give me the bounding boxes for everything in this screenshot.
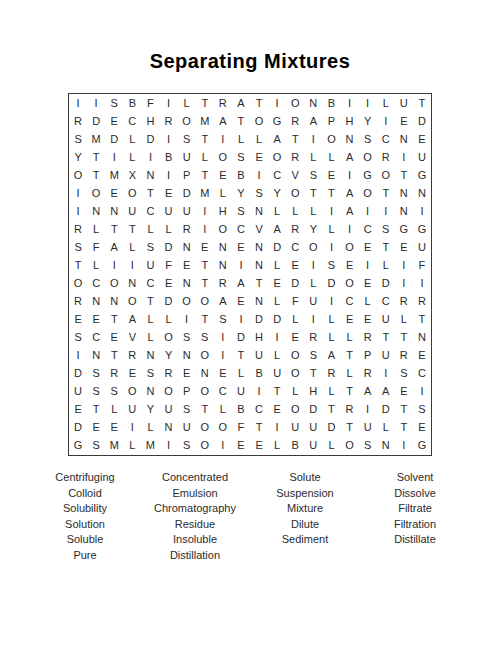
grid-cell: O bbox=[268, 148, 286, 166]
grid-cell: S bbox=[141, 365, 159, 383]
grid-cell: O bbox=[286, 401, 304, 419]
grid-cell: L bbox=[268, 202, 286, 220]
grid-cell: N bbox=[105, 293, 123, 311]
grid-cell: R bbox=[214, 94, 232, 112]
grid-cell: R bbox=[359, 365, 377, 383]
grid-cell: N bbox=[395, 202, 413, 220]
grid-cell: I bbox=[160, 130, 178, 148]
grid-cell: D bbox=[141, 130, 159, 148]
grid-cell: L bbox=[286, 202, 304, 220]
grid-cell: R bbox=[359, 329, 377, 347]
grid-cell: L bbox=[123, 437, 141, 455]
grid-cell: M bbox=[105, 166, 123, 184]
grid-cell: O bbox=[105, 274, 123, 292]
grid-cell: V bbox=[123, 329, 141, 347]
grid-cell: L bbox=[322, 383, 340, 401]
grid-cell: L bbox=[123, 148, 141, 166]
grid-cell: G bbox=[395, 220, 413, 238]
grid-cell: I bbox=[69, 184, 87, 202]
grid-cell: I bbox=[123, 256, 141, 274]
grid-cell: Y bbox=[304, 220, 322, 238]
grid-cell: U bbox=[123, 202, 141, 220]
grid-cell: E bbox=[160, 274, 178, 292]
grid-cell: O bbox=[160, 383, 178, 401]
grid-cell: E bbox=[232, 437, 250, 455]
grid-cell: U bbox=[395, 94, 413, 112]
grid-cell: O bbox=[359, 184, 377, 202]
grid-cell: I bbox=[341, 220, 359, 238]
grid-cell: I bbox=[160, 94, 178, 112]
grid-cell: E bbox=[413, 130, 431, 148]
grid-cell: N bbox=[87, 293, 105, 311]
grid-cell: T bbox=[232, 347, 250, 365]
grid-cell: E bbox=[395, 238, 413, 256]
grid-cell: C bbox=[141, 274, 159, 292]
grid-cell: A bbox=[214, 293, 232, 311]
grid-cell: L bbox=[160, 311, 178, 329]
grid-cell: E bbox=[359, 274, 377, 292]
grid-cell: F bbox=[141, 94, 159, 112]
grid-cell: Y bbox=[141, 401, 159, 419]
grid-cell: N bbox=[377, 437, 395, 455]
grid-cell: L bbox=[123, 130, 141, 148]
grid-cell: M bbox=[105, 437, 123, 455]
grid-cell: E bbox=[413, 347, 431, 365]
grid-cell: S bbox=[69, 329, 87, 347]
grid-cell: F bbox=[87, 238, 105, 256]
grid-cell: F bbox=[232, 419, 250, 437]
word-search-grid: IISBFILTRATIONBIILUTRDECHROMATOGRAPHYIED… bbox=[68, 93, 432, 456]
grid-cell: E bbox=[232, 293, 250, 311]
word-list-item: Filtration bbox=[360, 517, 470, 533]
grid-cell: C bbox=[359, 220, 377, 238]
grid-cell: T bbox=[395, 419, 413, 437]
grid-cell: T bbox=[196, 401, 214, 419]
grid-cell: L bbox=[196, 148, 214, 166]
word-list-column: CentrifugingColloidSolubilitySolutionSol… bbox=[30, 470, 140, 563]
grid-cell: Y bbox=[359, 112, 377, 130]
grid-cell: I bbox=[196, 220, 214, 238]
grid-cell: I bbox=[160, 166, 178, 184]
grid-cell: T bbox=[87, 401, 105, 419]
grid-cell: O bbox=[341, 274, 359, 292]
grid-cell: A bbox=[268, 220, 286, 238]
grid-cell: T bbox=[377, 184, 395, 202]
grid-cell: C bbox=[341, 293, 359, 311]
grid-cell: D bbox=[178, 184, 196, 202]
grid-cell: D bbox=[286, 274, 304, 292]
grid-cell: T bbox=[413, 94, 431, 112]
grid-cell: P bbox=[359, 347, 377, 365]
grid-cell: U bbox=[178, 202, 196, 220]
grid-cell: U bbox=[141, 256, 159, 274]
grid-cell: T bbox=[196, 166, 214, 184]
grid-cell: N bbox=[395, 184, 413, 202]
grid-cell: E bbox=[395, 383, 413, 401]
grid-cell: O bbox=[341, 437, 359, 455]
grid-cell: O bbox=[178, 112, 196, 130]
grid-cell: D bbox=[69, 419, 87, 437]
grid-cell: T bbox=[232, 112, 250, 130]
grid-cell: U bbox=[377, 347, 395, 365]
word-list-item: Emulsion bbox=[140, 486, 250, 502]
grid-cell: I bbox=[304, 130, 322, 148]
grid-cell: R bbox=[178, 220, 196, 238]
word-list-column: SolventDissolveFiltrateFiltrationDistill… bbox=[360, 470, 470, 563]
grid-cell: I bbox=[196, 202, 214, 220]
grid-cell: S bbox=[304, 347, 322, 365]
grid-cell: I bbox=[359, 401, 377, 419]
grid-cell: R bbox=[286, 148, 304, 166]
grid-cell: E bbox=[214, 365, 232, 383]
grid-cell: N bbox=[141, 166, 159, 184]
grid-cell: O bbox=[123, 293, 141, 311]
grid-cell: R bbox=[69, 220, 87, 238]
grid-cell: T bbox=[268, 383, 286, 401]
grid-cell: L bbox=[268, 347, 286, 365]
grid-cell: I bbox=[250, 383, 268, 401]
grid-cell: H bbox=[214, 202, 232, 220]
grid-cell: C bbox=[268, 166, 286, 184]
grid-cell: I bbox=[304, 311, 322, 329]
grid-cell: E bbox=[268, 401, 286, 419]
grid-cell: C bbox=[413, 365, 431, 383]
grid-cell: T bbox=[196, 311, 214, 329]
grid-cell: I bbox=[268, 329, 286, 347]
grid-cell: S bbox=[87, 365, 105, 383]
grid-cell: I bbox=[105, 256, 123, 274]
grid-cell: N bbox=[178, 238, 196, 256]
grid-cell: M bbox=[196, 184, 214, 202]
grid-cell: T bbox=[250, 94, 268, 112]
grid-cell: N bbox=[160, 419, 178, 437]
grid-cell: D bbox=[322, 419, 340, 437]
grid-cell: S bbox=[250, 184, 268, 202]
grid-cell: S bbox=[87, 437, 105, 455]
grid-cell: A bbox=[232, 274, 250, 292]
grid-cell: N bbox=[304, 94, 322, 112]
grid-cell: E bbox=[341, 311, 359, 329]
grid-cell: L bbox=[268, 437, 286, 455]
grid-cell: I bbox=[377, 112, 395, 130]
grid-cell: E bbox=[178, 256, 196, 274]
grid-cell: M bbox=[141, 437, 159, 455]
grid-cell: I bbox=[268, 419, 286, 437]
grid-cell: T bbox=[87, 148, 105, 166]
grid-cell: N bbox=[250, 238, 268, 256]
grid-cell: O bbox=[160, 329, 178, 347]
grid-cell: N bbox=[413, 329, 431, 347]
word-list-item: Concentrated bbox=[140, 470, 250, 486]
word-list-item: Solvent bbox=[360, 470, 470, 486]
grid-cell: I bbox=[178, 311, 196, 329]
grid-cell: L bbox=[87, 256, 105, 274]
word-list-item: Dissolve bbox=[360, 486, 470, 502]
grid-cell: R bbox=[341, 401, 359, 419]
grid-cell: L bbox=[304, 202, 322, 220]
grid-cell: T bbox=[341, 347, 359, 365]
grid-cell: U bbox=[286, 419, 304, 437]
grid-cell: O bbox=[214, 220, 232, 238]
grid-cell: I bbox=[268, 94, 286, 112]
grid-cell: L bbox=[377, 256, 395, 274]
grid-cell: D bbox=[160, 238, 178, 256]
grid-cell: O bbox=[250, 112, 268, 130]
grid-cell: Y bbox=[160, 347, 178, 365]
grid-cell: L bbox=[322, 437, 340, 455]
grid-cell: U bbox=[413, 148, 431, 166]
grid-cell: T bbox=[395, 329, 413, 347]
grid-cell: P bbox=[322, 112, 340, 130]
grid-cell: N bbox=[413, 184, 431, 202]
grid-cell: C bbox=[286, 238, 304, 256]
grid-cell: T bbox=[196, 94, 214, 112]
grid-cell: H bbox=[141, 112, 159, 130]
grid-cell: I bbox=[322, 238, 340, 256]
grid-cell: U bbox=[413, 238, 431, 256]
grid-cell: L bbox=[141, 419, 159, 437]
grid-cell: N bbox=[178, 274, 196, 292]
word-list-item: Solute bbox=[250, 470, 360, 486]
grid-cell: I bbox=[413, 274, 431, 292]
grid-cell: R bbox=[160, 112, 178, 130]
word-list-item: Suspension bbox=[250, 486, 360, 502]
grid-cell: G bbox=[413, 166, 431, 184]
grid-cell: D bbox=[160, 293, 178, 311]
grid-cell: I bbox=[123, 419, 141, 437]
grid-cell: S bbox=[377, 220, 395, 238]
grid-cell: L bbox=[214, 184, 232, 202]
grid-cell: U bbox=[178, 419, 196, 437]
grid-cell: E bbox=[214, 166, 232, 184]
grid-cell: O bbox=[69, 166, 87, 184]
grid-cell: I bbox=[214, 347, 232, 365]
grid-cell: O bbox=[286, 347, 304, 365]
grid-cell: T bbox=[123, 220, 141, 238]
grid-cell: O bbox=[178, 293, 196, 311]
grid-cell: T bbox=[141, 293, 159, 311]
grid-cell: I bbox=[395, 256, 413, 274]
grid-cell: C bbox=[123, 112, 141, 130]
grid-cell: B bbox=[286, 437, 304, 455]
grid-cell: D bbox=[69, 365, 87, 383]
grid-cell: I bbox=[395, 274, 413, 292]
grid-cell: L bbox=[123, 238, 141, 256]
grid-cell: O bbox=[196, 383, 214, 401]
grid-cell: M bbox=[87, 130, 105, 148]
grid-cell: S bbox=[304, 166, 322, 184]
grid-cell: U bbox=[178, 148, 196, 166]
grid-cell: O bbox=[196, 347, 214, 365]
grid-cell: I bbox=[69, 202, 87, 220]
grid-cell: H bbox=[304, 383, 322, 401]
grid-cell: S bbox=[178, 130, 196, 148]
word-list: CentrifugingColloidSolubilitySolutionSol… bbox=[30, 470, 470, 563]
grid-cell: E bbox=[286, 329, 304, 347]
grid-cell: I bbox=[341, 166, 359, 184]
grid-cell: N bbox=[395, 130, 413, 148]
grid-cell: I bbox=[395, 437, 413, 455]
grid-cell: S bbox=[359, 130, 377, 148]
grid-cell: D bbox=[105, 130, 123, 148]
grid-cell: U bbox=[304, 437, 322, 455]
grid-cell: E bbox=[196, 238, 214, 256]
grid-cell: U bbox=[69, 383, 87, 401]
grid-cell: E bbox=[250, 148, 268, 166]
grid-cell: L bbox=[250, 130, 268, 148]
grid-cell: I bbox=[377, 365, 395, 383]
grid-cell: U bbox=[304, 293, 322, 311]
grid-cell: R bbox=[286, 112, 304, 130]
grid-cell: L bbox=[214, 401, 232, 419]
grid-cell: L bbox=[395, 311, 413, 329]
grid-cell: T bbox=[105, 311, 123, 329]
grid-cell: O bbox=[341, 238, 359, 256]
word-list-item: Residue bbox=[140, 517, 250, 533]
word-list-column: SoluteSuspensionMixtureDiluteSediment bbox=[250, 470, 360, 563]
grid-cell: L bbox=[105, 401, 123, 419]
grid-cell: E bbox=[87, 419, 105, 437]
grid-cell: O bbox=[69, 274, 87, 292]
grid-cell: N bbox=[87, 347, 105, 365]
grid-cell: A bbox=[232, 94, 250, 112]
grid-cell: U bbox=[359, 419, 377, 437]
grid-cell: T bbox=[196, 274, 214, 292]
grid-cell: D bbox=[232, 329, 250, 347]
grid-cell: L bbox=[377, 419, 395, 437]
word-list-item: Colloid bbox=[30, 486, 140, 502]
grid-cell: C bbox=[250, 401, 268, 419]
grid-cell: R bbox=[286, 220, 304, 238]
grid-cell: F bbox=[160, 256, 178, 274]
grid-cell: O bbox=[214, 148, 232, 166]
grid-cell: L bbox=[322, 311, 340, 329]
grid-cell: G bbox=[69, 437, 87, 455]
grid-cell: D bbox=[322, 274, 340, 292]
grid-cell: O bbox=[123, 184, 141, 202]
grid-cell: D bbox=[413, 112, 431, 130]
grid-cell: I bbox=[232, 256, 250, 274]
grid-cell: U bbox=[123, 401, 141, 419]
grid-cell: L bbox=[141, 220, 159, 238]
grid-cell: R bbox=[377, 148, 395, 166]
grid-cell: Y bbox=[69, 148, 87, 166]
grid-cell: T bbox=[341, 419, 359, 437]
grid-cell: E bbox=[87, 311, 105, 329]
grid-cell: N bbox=[250, 202, 268, 220]
grid-cell: G bbox=[413, 220, 431, 238]
grid-cell: F bbox=[413, 256, 431, 274]
grid-cell: G bbox=[359, 166, 377, 184]
grid-cell: L bbox=[286, 311, 304, 329]
grid-cell: E bbox=[105, 419, 123, 437]
grid-cell: A bbox=[322, 347, 340, 365]
grid-cell: N bbox=[250, 256, 268, 274]
grid-cell: E bbox=[268, 274, 286, 292]
grid-cell: L bbox=[268, 256, 286, 274]
grid-cell: H bbox=[250, 329, 268, 347]
grid-cell: E bbox=[105, 184, 123, 202]
grid-cell: I bbox=[69, 94, 87, 112]
grid-cell: T bbox=[105, 347, 123, 365]
grid-cell: R bbox=[395, 293, 413, 311]
grid-cell: M bbox=[196, 112, 214, 130]
grid-cell: Y bbox=[268, 184, 286, 202]
grid-cell: U bbox=[268, 365, 286, 383]
grid-cell: I bbox=[359, 256, 377, 274]
grid-cell: T bbox=[395, 401, 413, 419]
word-list-item: Pure bbox=[30, 548, 140, 564]
word-list-item: Distillate bbox=[360, 532, 470, 548]
grid-cell: I bbox=[214, 329, 232, 347]
grid-cell: O bbox=[214, 419, 232, 437]
grid-cell: E bbox=[322, 166, 340, 184]
grid-cell: I bbox=[105, 148, 123, 166]
grid-cell: L bbox=[286, 383, 304, 401]
grid-cell: N bbox=[141, 347, 159, 365]
grid-cell: L bbox=[304, 274, 322, 292]
grid-cell: E bbox=[123, 365, 141, 383]
grid-cell: S bbox=[196, 329, 214, 347]
grid-cell: L bbox=[322, 148, 340, 166]
grid-cell: A bbox=[377, 383, 395, 401]
grid-cell: T bbox=[250, 274, 268, 292]
grid-cell: E bbox=[413, 419, 431, 437]
grid-cell: I bbox=[359, 202, 377, 220]
grid-cell: E bbox=[250, 437, 268, 455]
grid-cell: U bbox=[160, 202, 178, 220]
grid-cell: S bbox=[87, 383, 105, 401]
grid-cell: O bbox=[304, 238, 322, 256]
grid-cell: T bbox=[105, 220, 123, 238]
grid-cell: R bbox=[105, 365, 123, 383]
grid-cell: L bbox=[87, 220, 105, 238]
grid-cell: I bbox=[141, 148, 159, 166]
grid-cell: V bbox=[286, 166, 304, 184]
grid-cell: O bbox=[286, 184, 304, 202]
grid-cell: D bbox=[250, 311, 268, 329]
grid-cell: D bbox=[304, 401, 322, 419]
grid-cell: F bbox=[286, 293, 304, 311]
grid-cell: C bbox=[87, 274, 105, 292]
grid-cell: U bbox=[232, 383, 250, 401]
grid-cell: O bbox=[123, 383, 141, 401]
grid-cell: T bbox=[377, 238, 395, 256]
grid-cell: L bbox=[322, 220, 340, 238]
grid-cell: D bbox=[377, 401, 395, 419]
grid-cell: N bbox=[141, 383, 159, 401]
grid-cell: O bbox=[359, 148, 377, 166]
grid-cell: T bbox=[322, 184, 340, 202]
word-list-column: ConcentratedEmulsionChromatographyResidu… bbox=[140, 470, 250, 563]
grid-cell: N bbox=[214, 256, 232, 274]
word-list-item: Solubility bbox=[30, 501, 140, 517]
grid-cell: N bbox=[123, 274, 141, 292]
grid-cell: L bbox=[359, 293, 377, 311]
grid-cell: A bbox=[341, 202, 359, 220]
grid-cell: U bbox=[160, 401, 178, 419]
grid-cell: S bbox=[322, 256, 340, 274]
grid-cell: I bbox=[214, 130, 232, 148]
grid-cell: S bbox=[178, 437, 196, 455]
word-list-item: Dilute bbox=[250, 517, 360, 533]
grid-cell: S bbox=[69, 238, 87, 256]
puzzle-title: Separating Mixtures bbox=[0, 50, 500, 73]
word-list-item: Chromatography bbox=[140, 501, 250, 517]
grid-cell: S bbox=[178, 401, 196, 419]
grid-cell: E bbox=[69, 311, 87, 329]
grid-cell: O bbox=[196, 293, 214, 311]
